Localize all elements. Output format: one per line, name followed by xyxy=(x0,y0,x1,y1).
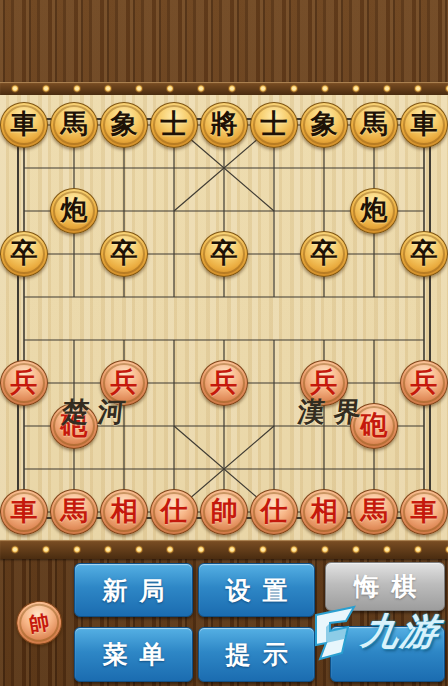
xiangqi-piece-black[interactable]: 士 xyxy=(250,102,298,148)
xiangqi-piece-red[interactable]: 馬 xyxy=(350,489,398,535)
xiangqi-piece-red[interactable]: 相 xyxy=(100,489,148,535)
stud-border-bottom xyxy=(0,540,448,559)
xiangqi-piece-red[interactable]: 馬 xyxy=(50,489,98,535)
xiangqi-piece-red[interactable]: 帥 xyxy=(200,489,248,535)
xiangqi-piece-red[interactable]: 車 xyxy=(400,489,448,535)
xiangqi-piece-black[interactable]: 象 xyxy=(300,102,348,148)
xiangqi-piece-black[interactable]: 馬 xyxy=(50,102,98,148)
xiangqi-piece-black[interactable]: 卒 xyxy=(100,231,148,277)
xiangqi-piece-red[interactable]: 兵 xyxy=(400,360,448,406)
xiangqi-piece-black[interactable]: 車 xyxy=(400,102,448,148)
xiangqi-piece-black[interactable]: 炮 xyxy=(50,188,98,234)
hint-button[interactable]: 提示 xyxy=(198,627,315,682)
stud-border-top xyxy=(0,82,448,95)
xiangqi-piece-black[interactable]: 炮 xyxy=(350,188,398,234)
xiangqi-piece-black[interactable]: 將 xyxy=(200,102,248,148)
turn-indicator-red: 帥 xyxy=(13,597,64,646)
undo-button[interactable]: 悔棋 xyxy=(325,562,445,611)
xiangqi-piece-red[interactable]: 兵 xyxy=(0,360,48,406)
xiangqi-piece-black[interactable]: 士 xyxy=(150,102,198,148)
river-label-left: 楚河 xyxy=(60,394,136,428)
xiangqi-piece-black[interactable]: 象 xyxy=(100,102,148,148)
xiangqi-piece-red[interactable]: 仕 xyxy=(150,489,198,535)
xiangqi-piece-black[interactable]: 馬 xyxy=(350,102,398,148)
river-label-right: 漢界 xyxy=(296,394,372,428)
menu-button[interactable]: 菜单 xyxy=(74,627,193,682)
xiangqi-piece-black[interactable]: 車 xyxy=(0,102,48,148)
xiangqi-piece-black[interactable]: 卒 xyxy=(300,231,348,277)
board-grid: 車馬象士將士象馬車炮炮卒卒卒卒卒兵兵兵兵兵砲砲車馬相仕帥仕相馬車 xyxy=(0,103,448,533)
xiangqi-piece-black[interactable]: 卒 xyxy=(200,231,248,277)
xiangqi-piece-red[interactable]: 兵 xyxy=(200,360,248,406)
back-button-obscured[interactable] xyxy=(330,626,445,682)
xiangqi-piece-red[interactable]: 相 xyxy=(300,489,348,535)
settings-button[interactable]: 设置 xyxy=(198,563,315,617)
xiangqi-board: 車馬象士將士象馬車炮炮卒卒卒卒卒兵兵兵兵兵砲砲車馬相仕帥仕相馬車 楚河 漢界 xyxy=(0,95,448,540)
xiangqi-piece-black[interactable]: 卒 xyxy=(400,231,448,277)
new-game-button[interactable]: 新局 xyxy=(74,563,193,617)
xiangqi-piece-black[interactable]: 卒 xyxy=(0,231,48,277)
xiangqi-app-screen: 車馬象士將士象馬車炮炮卒卒卒卒卒兵兵兵兵兵砲砲車馬相仕帥仕相馬車 楚河 漢界 帥… xyxy=(0,0,448,686)
xiangqi-piece-red[interactable]: 車 xyxy=(0,489,48,535)
xiangqi-piece-red[interactable]: 仕 xyxy=(250,489,298,535)
